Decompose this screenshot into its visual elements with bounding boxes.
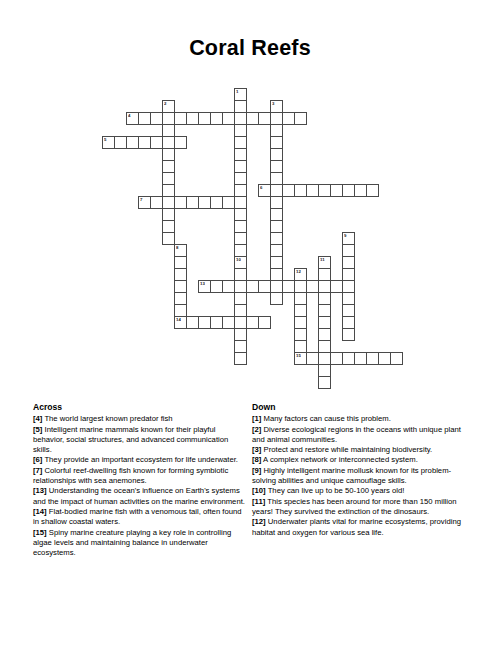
cell-number: 8 (176, 245, 178, 249)
cell-number: 5 (104, 137, 106, 141)
clue-down-11: [11] This species has been around for mo… (252, 497, 473, 518)
cell-number: 4 (128, 113, 130, 117)
down-header: Down (252, 402, 473, 412)
puzzle-title: Coral Reefs (0, 36, 500, 61)
across-clues-section: Across [4] The world largest known preda… (33, 402, 247, 558)
crossword-page: Coral Reefs 123456798101112131415 Across… (0, 0, 500, 647)
cell-number: 2 (164, 101, 166, 105)
across-header: Across (33, 402, 247, 412)
clue-down-12: [12] Underwater plants vital for marine … (252, 517, 473, 538)
grid-cell-4-6[interactable] (174, 136, 187, 149)
cell-number: 3 (272, 101, 274, 105)
down-clues-section: Down [1] Many factors can cause this pro… (252, 402, 473, 538)
grid-cell-17-14[interactable] (270, 292, 283, 305)
grid-cell-22-24[interactable] (390, 352, 403, 365)
grid-cell-2-16[interactable] (294, 112, 307, 125)
cell-number: 1 (236, 89, 238, 93)
clue-across-14: [14] Flat-bodied marine fish with a veno… (33, 507, 247, 528)
cell-number: 9 (344, 233, 346, 237)
clue-down-2: [2] Diverse ecological regions in the oc… (252, 425, 473, 446)
grid-cell-19-13[interactable] (258, 316, 271, 329)
clue-across-4: [4] The world largest known predator fis… (33, 414, 247, 424)
clue-across-6: [6] They provide an important ecosystem … (33, 455, 247, 465)
clue-across-13: [13] Understanding the ocean's influence… (33, 486, 247, 507)
cell-number: 15 (296, 353, 301, 357)
grid-cell-22-11[interactable] (234, 352, 247, 365)
clue-down-10: [10] They can live up to be 50-100 years… (252, 486, 473, 496)
cell-number: 13 (200, 281, 205, 285)
grid-cell-24-18[interactable] (318, 376, 331, 389)
crossword-grid: 123456798101112131415 (102, 88, 404, 390)
cell-number: 7 (140, 197, 142, 201)
clue-across-7: [7] Colorful reef-dwelling fish known fo… (33, 466, 247, 487)
cell-number: 11 (320, 257, 325, 261)
clue-down-8: [8] A complex network or interconnected … (252, 455, 473, 465)
grid-cell-20-20[interactable] (342, 328, 355, 341)
clue-across-5: [5] Intelligent marine mammals known for… (33, 425, 247, 456)
across-clue-list: [4] The world largest known predator fis… (33, 414, 247, 558)
clue-down-3: [3] Protect and restore while maintainin… (252, 445, 473, 455)
cell-number: 12 (296, 269, 301, 273)
cell-number: 6 (260, 185, 262, 189)
down-clue-list: [1] Many factors can cause this problem.… (252, 414, 473, 538)
grid-cell-8-22[interactable] (366, 184, 379, 197)
clue-across-15: [15] Spiny marine creature playing a key… (33, 528, 247, 559)
cell-number: 14 (176, 317, 181, 321)
clue-down-9: [9] Highly intelligent marine mollusk kn… (252, 466, 473, 487)
cell-number: 10 (236, 257, 241, 261)
clue-down-1: [1] Many factors can cause this problem. (252, 414, 473, 424)
